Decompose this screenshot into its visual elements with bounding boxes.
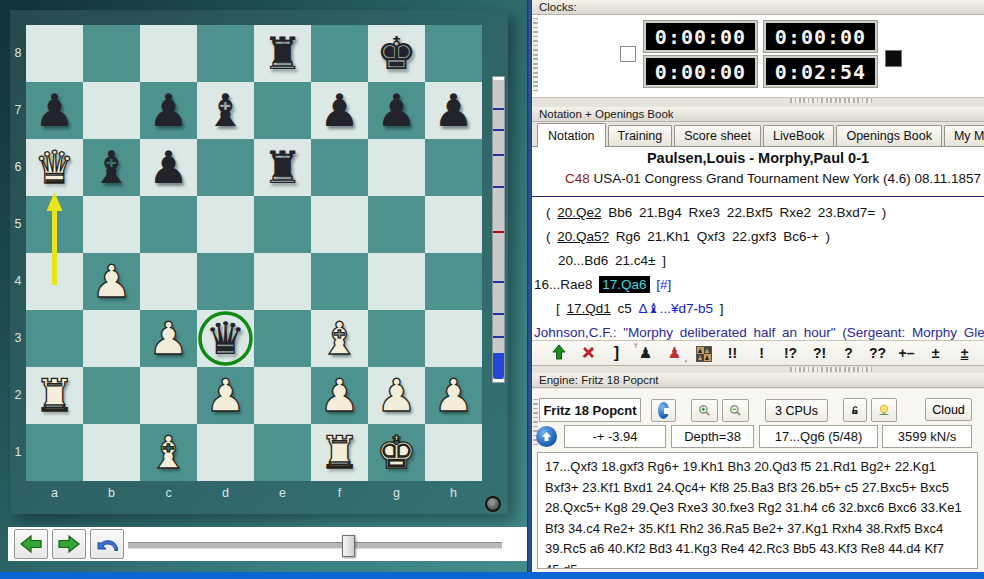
black-piece-g7[interactable]: ♟	[376, 82, 416, 139]
square-e5[interactable]	[254, 196, 311, 253]
square-e4[interactable]	[254, 253, 311, 310]
black-piece-c6[interactable]: ♟	[148, 139, 188, 196]
clock-checkbox[interactable]	[620, 46, 636, 62]
square-f7[interactable]: ♟	[311, 82, 368, 139]
chess-board[interactable]: ♜♚♟♟♝♟♟♟♛♝♟♜♟♟♛♝♜♟♟♟♟♝♜♚	[26, 25, 482, 481]
square-g3[interactable]	[368, 310, 425, 367]
engine-select-button[interactable]: Fritz 18 Popcnt	[539, 398, 641, 422]
square-f5[interactable]	[311, 196, 368, 253]
black-piece-f7[interactable]: ♟	[319, 82, 359, 139]
notation-line-2[interactable]: 20...Bd6 21.c4± ]	[534, 249, 984, 273]
white-piece-a6[interactable]: ♛	[34, 139, 74, 196]
decrease-lines-button[interactable]	[722, 399, 749, 422]
tab-openings-book[interactable]: Openings Book	[836, 125, 941, 146]
file-label: f	[311, 482, 368, 504]
undo-arrow-icon	[94, 533, 120, 555]
square-b4[interactable]: ♟	[83, 253, 140, 310]
black-piece-c7[interactable]: ♟	[148, 82, 188, 139]
board-frame: 87654321 ♜♚♟♟♝♟♟♟♛♝♟♜♟♟♛♝♜♟♟♟♟♝♜♚ abcdef…	[10, 10, 508, 514]
rank-label: 2	[10, 367, 26, 424]
square-a4[interactable]	[26, 253, 83, 310]
engine-panel-title: Engine: Fritz 18 Popcnt	[532, 373, 984, 388]
square-e7[interactable]	[254, 82, 311, 139]
file-label: h	[425, 482, 482, 504]
cpus-button[interactable]: 3 CPUs	[765, 399, 828, 422]
board-pane: 87654321 ♜♚♟♟♝♟♟♟♛♝♟♜♟♟♛♝♜♟♟♟♟♝♜♚ abcdef…	[0, 0, 528, 579]
square-h5[interactable]	[425, 196, 482, 253]
white-piece-g1[interactable]: ♚	[376, 424, 416, 481]
square-h1[interactable]	[425, 424, 482, 481]
square-h7[interactable]: ♟	[425, 82, 482, 139]
notation-content[interactable]: Paulsen,Louis - Morphy,Paul 0-1 C48 USA-…	[532, 147, 984, 340]
square-a3[interactable]	[26, 310, 83, 367]
delete-variation-icon[interactable]	[573, 344, 602, 363]
square-b3[interactable]	[83, 310, 140, 367]
annotation-symbol[interactable]: =	[979, 345, 984, 361]
square-c5[interactable]	[140, 196, 197, 253]
square-e6[interactable]: ♜	[254, 139, 311, 196]
square-a2[interactable]: ♜	[26, 367, 83, 424]
annotation-symbol[interactable]: !!	[718, 345, 747, 361]
square-c8[interactable]	[140, 25, 197, 82]
square-b1[interactable]	[83, 424, 140, 481]
open-lock-icon	[850, 402, 860, 418]
file-label: g	[368, 482, 425, 504]
annotation-symbol[interactable]: +–	[892, 345, 921, 361]
stop-icon	[658, 402, 669, 419]
tab-my-moves[interactable]: My Moves	[944, 125, 984, 146]
principal-variation: 17...Qxf3 18.gxf3 Rg6+ 19.Kh1 Bh3 20.Qd3…	[545, 459, 962, 569]
right-panel: Clocks: 0:00:00 0:00:00 0:00:00 0:02:54 …	[532, 0, 984, 579]
square-c3[interactable]: ♟	[140, 310, 197, 367]
black-piece-e8[interactable]: ♜	[262, 25, 302, 82]
annotator-comment: Johnson,C.F.: "Morphy deliberated half a…	[534, 321, 984, 340]
black-annotation-pawn-icon[interactable]: ♟	[631, 344, 660, 362]
square-b7[interactable]	[83, 82, 140, 139]
eval-bar	[492, 76, 505, 383]
square-f1[interactable]: ♜	[311, 424, 368, 481]
square-f8[interactable]	[311, 25, 368, 82]
rank-label: 5	[10, 196, 26, 253]
notation-tab-bar: NotationTrainingScore sheetLiveBookOpeni…	[532, 122, 984, 147]
file-labels: abcdefgh	[26, 482, 482, 504]
tab-notation[interactable]: Notation	[537, 123, 606, 147]
file-label: e	[254, 482, 311, 504]
clocks-panel-title: Clocks:	[532, 0, 984, 15]
annotation-symbol[interactable]: ?	[834, 345, 863, 361]
annotation-symbol[interactable]: ??	[863, 345, 892, 361]
square-a5[interactable]	[26, 196, 83, 253]
square-a7[interactable]: ♟	[26, 82, 83, 139]
square-f4[interactable]	[311, 253, 368, 310]
rank-label: 3	[10, 310, 26, 367]
clocks-grip[interactable]	[533, 18, 538, 92]
black-piece-g8[interactable]: ♚	[376, 25, 416, 82]
eval-bar-cap	[493, 77, 504, 80]
chessbase-window: 87654321 ♜♚♟♟♝♟♟♟♛♝♟♜♟♟♛♝♜♟♟♟♟♝♜♚ abcdef…	[0, 0, 984, 579]
square-h4[interactable]	[425, 253, 482, 310]
back-button[interactable]	[14, 529, 48, 559]
takeback-button[interactable]	[90, 529, 124, 559]
rank-label: 7	[10, 82, 26, 139]
promote-variation-icon[interactable]	[544, 344, 573, 363]
square-g8[interactable]: ♚	[368, 25, 425, 82]
notation-panel-title: Notation + Openings Book	[532, 107, 984, 122]
square-d8[interactable]	[197, 25, 254, 82]
square-a6[interactable]: ♛	[26, 139, 83, 196]
square-d5[interactable]	[197, 196, 254, 253]
square-b5[interactable]	[83, 196, 140, 253]
square-g1[interactable]: ♚	[368, 424, 425, 481]
clock-displays: 0:00:00 0:00:00 0:00:00 0:02:54	[644, 21, 877, 87]
square-a8[interactable]	[26, 25, 83, 82]
black-piece-d7[interactable]: ♝	[205, 82, 245, 139]
black-piece-e6[interactable]: ♜	[262, 139, 302, 196]
white-piece-c1[interactable]: ♝	[148, 424, 188, 481]
square-b8[interactable]	[83, 25, 140, 82]
black-piece-b6[interactable]: ♝	[91, 139, 131, 196]
white-piece-f3[interactable]: ♝	[319, 310, 359, 367]
rank-label: 4	[10, 253, 26, 310]
file-label: b	[83, 482, 140, 504]
lock-button[interactable]	[843, 398, 867, 422]
red-annotation-pawn-icon[interactable]: ♟	[660, 344, 689, 362]
square-b6[interactable]: ♝	[83, 139, 140, 196]
annotation-symbol[interactable]: ±	[921, 345, 950, 361]
engine-up-button[interactable]	[536, 426, 557, 447]
back-arrow-icon	[19, 533, 43, 555]
increase-lines-button[interactable]	[691, 399, 718, 422]
square-g2[interactable]: ♟	[368, 367, 425, 424]
white-piece-b4[interactable]: ♟	[91, 253, 131, 310]
lightbulb-icon	[878, 402, 890, 418]
square-f3[interactable]: ♝	[311, 310, 368, 367]
current-move[interactable]: 17.Qa6	[599, 276, 649, 293]
file-label: a	[26, 482, 83, 504]
engine-analysis-box[interactable]: 17...Qxf3 18.gxf3 Rg6+ 19.Kh1 Bh3 20.Qd3…	[537, 452, 978, 569]
event-text: USA-01 Congress Grand Tournament New Yor…	[590, 171, 981, 186]
square-c7[interactable]: ♟	[140, 82, 197, 139]
square-h3[interactable]	[425, 310, 482, 367]
square-f2[interactable]: ♟	[311, 367, 368, 424]
square-e3[interactable]	[254, 310, 311, 367]
square-c2[interactable]	[140, 367, 197, 424]
panel-grip-2[interactable]	[790, 367, 872, 372]
notation-line-3[interactable]: 16...Rae8 17.Qa6 [#]	[534, 273, 984, 297]
notation-separator	[532, 196, 984, 197]
white-piece-g2[interactable]: ♟	[376, 367, 416, 424]
square-d4[interactable]	[197, 253, 254, 310]
square-d6[interactable]	[197, 139, 254, 196]
square-a1[interactable]	[26, 424, 83, 481]
white-clock-bottom: 0:00:00	[644, 56, 757, 87]
eval-bar-black-fill	[493, 353, 504, 379]
annotation-toolbar: ] ♟ ♟ ♟♟♟♟ !!!!??!???+–±±=∞	[532, 340, 984, 366]
tab-livebook[interactable]: LiveBook	[763, 125, 834, 146]
speed-field[interactable]: 3599 kN/s	[882, 425, 972, 448]
board-diagram-icon[interactable]: ♟♟♟♟	[689, 344, 718, 361]
square-g5[interactable]	[368, 196, 425, 253]
square-e8[interactable]: ♜	[254, 25, 311, 82]
game-slider-thumb[interactable]	[342, 535, 355, 557]
depth-field[interactable]: Depth=38	[671, 425, 754, 448]
annotation-symbol[interactable]: ?!	[805, 345, 834, 361]
rank-labels: 87654321	[10, 25, 26, 481]
white-piece-h2[interactable]: ♟	[433, 367, 473, 424]
white-piece-a2[interactable]: ♜	[34, 367, 74, 424]
end-variation-icon[interactable]: ]	[602, 344, 631, 362]
square-h8[interactable]	[425, 25, 482, 82]
white-clock-top: 0:00:00	[644, 21, 757, 52]
square-g6[interactable]	[368, 139, 425, 196]
move-navigation-bar	[8, 527, 528, 561]
file-label: c	[140, 482, 197, 504]
zoom-in-icon	[698, 402, 711, 419]
square-d1[interactable]	[197, 424, 254, 481]
eval-bar-zero-tick	[493, 231, 504, 233]
file-label: d	[197, 482, 254, 504]
event-line: C48 USA-01 Congress Grand Tournament New…	[532, 171, 984, 186]
square-h2[interactable]: ♟	[425, 367, 482, 424]
white-piece-f2[interactable]: ♟	[319, 367, 359, 424]
notation-line-0[interactable]: ( 20.Qe2 Bb6 21.Bg4 Rxe3 22.Bxf5 Rxe2 23…	[534, 201, 984, 225]
square-d7[interactable]: ♝	[197, 82, 254, 139]
forward-arrow-icon	[57, 533, 81, 555]
annotation-symbol[interactable]: ±	[950, 345, 979, 361]
black-to-move-indicator[interactable]	[885, 50, 902, 67]
hint-button[interactable]	[871, 398, 897, 422]
notation-line-1[interactable]: ( 20.Qa5? Rg6 21.Kh1 Qxf3 22.gxf3 Bc6-+ …	[534, 225, 984, 249]
white-piece-d2[interactable]: ♟	[205, 367, 245, 424]
cloud-button[interactable]: Cloud	[925, 398, 972, 421]
square-h6[interactable]	[425, 139, 482, 196]
annotation-symbol[interactable]: !?	[776, 345, 805, 361]
tab-training[interactable]: Training	[608, 125, 673, 146]
annotation-symbol[interactable]: !	[747, 345, 776, 361]
square-e1[interactable]	[254, 424, 311, 481]
move-list[interactable]: ( 20.Qe2 Bb6 21.Bg4 Rxe3 22.Bxf5 Rxe2 23…	[534, 201, 984, 340]
up-arrow-icon	[540, 430, 553, 443]
game-position-slider[interactable]	[128, 542, 502, 549]
eval-field[interactable]: -+ -3.94	[564, 425, 666, 448]
square-d2[interactable]: ♟	[197, 367, 254, 424]
white-piece-c3[interactable]: ♟	[148, 310, 188, 367]
square-g7[interactable]: ♟	[368, 82, 425, 139]
square-g4[interactable]	[368, 253, 425, 310]
board-corner-knob[interactable]	[485, 496, 501, 512]
black-piece-h7[interactable]: ♟	[433, 82, 473, 139]
white-piece-f1[interactable]: ♜	[319, 424, 359, 481]
rank-label: 8	[10, 25, 26, 82]
tab-score-sheet[interactable]: Score sheet	[674, 125, 761, 146]
zoom-out-icon	[729, 402, 742, 419]
panel-grip[interactable]	[790, 98, 872, 103]
forward-button[interactable]	[52, 529, 86, 559]
square-f6[interactable]	[311, 139, 368, 196]
game-header: Paulsen,Louis - Morphy,Paul 0-1	[532, 150, 984, 166]
black-clock-top: 0:00:00	[764, 21, 877, 52]
rank-label: 1	[10, 424, 26, 481]
square-c1[interactable]: ♝	[140, 424, 197, 481]
notation-line-4[interactable]: [ 17.Qd1 c5 Δ♝...¥d7-b5 ]	[534, 297, 984, 321]
eco-code: C48	[565, 171, 590, 186]
current-move-field[interactable]: 17...Qg6 (5/48)	[759, 425, 878, 448]
square-c6[interactable]: ♟	[140, 139, 197, 196]
rank-label: 6	[10, 139, 26, 196]
window-bottom-edge	[0, 572, 984, 579]
square-d3[interactable]: ♛	[197, 310, 254, 367]
square-b2[interactable]	[83, 367, 140, 424]
square-c4[interactable]	[140, 253, 197, 310]
black-piece-d3[interactable]: ♛	[205, 310, 245, 367]
black-piece-a7[interactable]: ♟	[34, 82, 74, 139]
black-clock-bottom: 0:02:54	[764, 56, 877, 87]
engine-stop-button[interactable]	[651, 399, 676, 422]
square-e2[interactable]	[254, 367, 311, 424]
